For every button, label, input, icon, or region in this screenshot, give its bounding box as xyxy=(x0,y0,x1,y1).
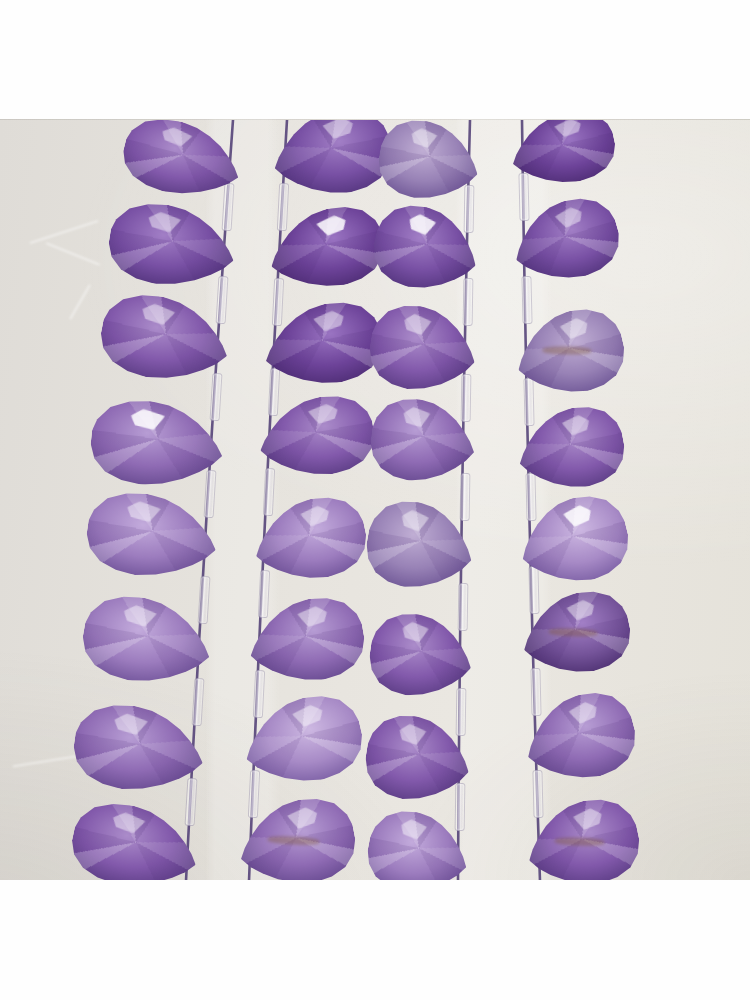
spacer-tube xyxy=(191,678,204,727)
spacer-tube xyxy=(222,183,235,232)
amethyst-pear-bead xyxy=(82,486,222,585)
mineral-inclusion xyxy=(267,836,320,847)
spacer-tube xyxy=(216,276,229,325)
spacer-tube xyxy=(456,688,467,736)
spacer-tube xyxy=(462,278,473,326)
mineral-inclusion xyxy=(542,347,591,356)
backdrop-crease-mark xyxy=(46,242,101,266)
spacer-tube xyxy=(524,378,535,426)
top-letterbox-band xyxy=(0,0,750,119)
spacer-tube xyxy=(277,183,289,231)
spacer-tube xyxy=(253,670,265,718)
spacer-tube xyxy=(461,374,472,422)
spacer-tube xyxy=(204,470,217,519)
mineral-inclusion xyxy=(549,627,598,637)
spacer-tube xyxy=(268,368,280,416)
spacer-tube xyxy=(459,473,470,521)
bead-strand-photo xyxy=(0,0,750,1000)
backdrop-crease-mark xyxy=(29,220,98,244)
mineral-inclusion xyxy=(555,837,606,847)
photo-region xyxy=(0,119,750,882)
spacer-tube xyxy=(454,783,465,831)
spacer-tube xyxy=(185,778,198,827)
spacer-tube xyxy=(272,278,284,326)
spacer-tube xyxy=(197,576,210,625)
spacer-tube xyxy=(526,473,537,521)
spacer-tube xyxy=(248,770,260,818)
spacer-tube xyxy=(464,185,475,233)
spacer-tube xyxy=(528,566,539,614)
spacer-tube xyxy=(533,770,544,818)
spacer-tube xyxy=(521,276,532,324)
backdrop-crease-mark xyxy=(69,284,91,320)
spacer-tube xyxy=(263,468,275,516)
spacer-tube xyxy=(258,570,270,618)
spacer-tube xyxy=(519,173,530,221)
amethyst-pear-bead xyxy=(65,795,205,882)
spacer-tube xyxy=(530,668,541,716)
spacer-tube xyxy=(457,583,468,631)
bottom-letterbox-band xyxy=(0,880,750,1000)
spacer-tube xyxy=(210,373,223,422)
